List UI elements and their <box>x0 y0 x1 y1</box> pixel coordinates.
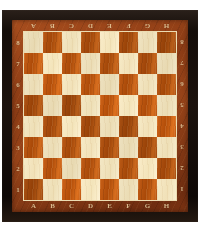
square-d7[interactable] <box>81 53 100 74</box>
square-b8[interactable] <box>43 32 62 53</box>
file-label-bottom-e: E <box>100 200 119 212</box>
square-c1[interactable] <box>62 179 81 200</box>
square-g8[interactable] <box>138 32 157 53</box>
square-h2[interactable] <box>157 158 176 179</box>
rank-label-left-1: 1 <box>12 179 24 200</box>
file-label-bottom-b: B <box>43 200 62 212</box>
square-a3[interactable] <box>24 137 43 158</box>
square-f2[interactable] <box>119 158 138 179</box>
square-a4[interactable] <box>24 116 43 137</box>
square-d5[interactable] <box>81 95 100 116</box>
board-grid <box>24 32 176 200</box>
file-labels-bottom: ABCDEFGH <box>24 200 176 212</box>
square-c8[interactable] <box>62 32 81 53</box>
square-f4[interactable] <box>119 116 138 137</box>
rank-label-right-3: 3 <box>176 137 188 158</box>
square-c6[interactable] <box>62 74 81 95</box>
square-c5[interactable] <box>62 95 81 116</box>
square-b4[interactable] <box>43 116 62 137</box>
square-f5[interactable] <box>119 95 138 116</box>
square-e6[interactable] <box>100 74 119 95</box>
square-g4[interactable] <box>138 116 157 137</box>
square-d3[interactable] <box>81 137 100 158</box>
square-f6[interactable] <box>119 74 138 95</box>
square-d2[interactable] <box>81 158 100 179</box>
square-a7[interactable] <box>24 53 43 74</box>
square-h6[interactable] <box>157 74 176 95</box>
square-g5[interactable] <box>138 95 157 116</box>
square-d4[interactable] <box>81 116 100 137</box>
rank-label-right-5: 5 <box>176 95 188 116</box>
square-g3[interactable] <box>138 137 157 158</box>
file-label-top-f: F <box>119 20 138 32</box>
square-d1[interactable] <box>81 179 100 200</box>
square-a8[interactable] <box>24 32 43 53</box>
rank-label-left-2: 2 <box>12 158 24 179</box>
rank-label-right-2: 2 <box>176 158 188 179</box>
file-label-top-a: A <box>24 20 43 32</box>
square-e3[interactable] <box>100 137 119 158</box>
rank-labels-right: 87654321 <box>176 32 188 200</box>
square-h3[interactable] <box>157 137 176 158</box>
square-h5[interactable] <box>157 95 176 116</box>
file-label-bottom-g: G <box>138 200 157 212</box>
rank-label-left-7: 7 <box>12 53 24 74</box>
square-f3[interactable] <box>119 137 138 158</box>
file-label-top-h: H <box>157 20 176 32</box>
file-label-bottom-c: C <box>62 200 81 212</box>
square-c3[interactable] <box>62 137 81 158</box>
rank-labels-left: 87654321 <box>12 32 24 200</box>
square-b2[interactable] <box>43 158 62 179</box>
rank-label-right-7: 7 <box>176 53 188 74</box>
square-b3[interactable] <box>43 137 62 158</box>
square-f8[interactable] <box>119 32 138 53</box>
square-e1[interactable] <box>100 179 119 200</box>
square-c7[interactable] <box>62 53 81 74</box>
file-label-bottom-h: H <box>157 200 176 212</box>
square-d6[interactable] <box>81 74 100 95</box>
square-c4[interactable] <box>62 116 81 137</box>
board-coordinate-border: ABCDEFGH ABCDEFGH 87654321 87654321 <box>12 20 188 212</box>
rank-label-left-8: 8 <box>12 32 24 53</box>
board-outer-frame: ABCDEFGH ABCDEFGH 87654321 87654321 <box>2 10 198 222</box>
square-g7[interactable] <box>138 53 157 74</box>
square-b6[interactable] <box>43 74 62 95</box>
square-e5[interactable] <box>100 95 119 116</box>
square-g2[interactable] <box>138 158 157 179</box>
file-label-top-e: E <box>100 20 119 32</box>
file-label-top-g: G <box>138 20 157 32</box>
square-g1[interactable] <box>138 179 157 200</box>
square-a6[interactable] <box>24 74 43 95</box>
rank-label-left-6: 6 <box>12 74 24 95</box>
file-label-top-d: D <box>81 20 100 32</box>
square-h7[interactable] <box>157 53 176 74</box>
rank-label-right-6: 6 <box>176 74 188 95</box>
rank-label-left-5: 5 <box>12 95 24 116</box>
file-labels-top: ABCDEFGH <box>24 20 176 32</box>
square-a1[interactable] <box>24 179 43 200</box>
square-e7[interactable] <box>100 53 119 74</box>
square-f7[interactable] <box>119 53 138 74</box>
rank-label-right-8: 8 <box>176 32 188 53</box>
square-d8[interactable] <box>81 32 100 53</box>
file-label-top-b: B <box>43 20 62 32</box>
square-f1[interactable] <box>119 179 138 200</box>
rank-label-left-4: 4 <box>12 116 24 137</box>
rank-label-left-3: 3 <box>12 137 24 158</box>
square-h4[interactable] <box>157 116 176 137</box>
square-a2[interactable] <box>24 158 43 179</box>
square-e8[interactable] <box>100 32 119 53</box>
square-b1[interactable] <box>43 179 62 200</box>
square-g6[interactable] <box>138 74 157 95</box>
square-e4[interactable] <box>100 116 119 137</box>
rank-label-right-1: 1 <box>176 179 188 200</box>
file-label-bottom-a: A <box>24 200 43 212</box>
square-a5[interactable] <box>24 95 43 116</box>
square-h8[interactable] <box>157 32 176 53</box>
file-label-bottom-d: D <box>81 200 100 212</box>
chessboard-photo: ABCDEFGH ABCDEFGH 87654321 87654321 <box>2 10 198 222</box>
page: { "game": "chess", "position": "8/8/8/8/… <box>0 0 200 240</box>
square-b7[interactable] <box>43 53 62 74</box>
square-b5[interactable] <box>43 95 62 116</box>
square-c2[interactable] <box>62 158 81 179</box>
file-label-top-c: C <box>62 20 81 32</box>
square-e2[interactable] <box>100 158 119 179</box>
square-h1[interactable] <box>157 179 176 200</box>
file-label-bottom-f: F <box>119 200 138 212</box>
rank-label-right-4: 4 <box>176 116 188 137</box>
